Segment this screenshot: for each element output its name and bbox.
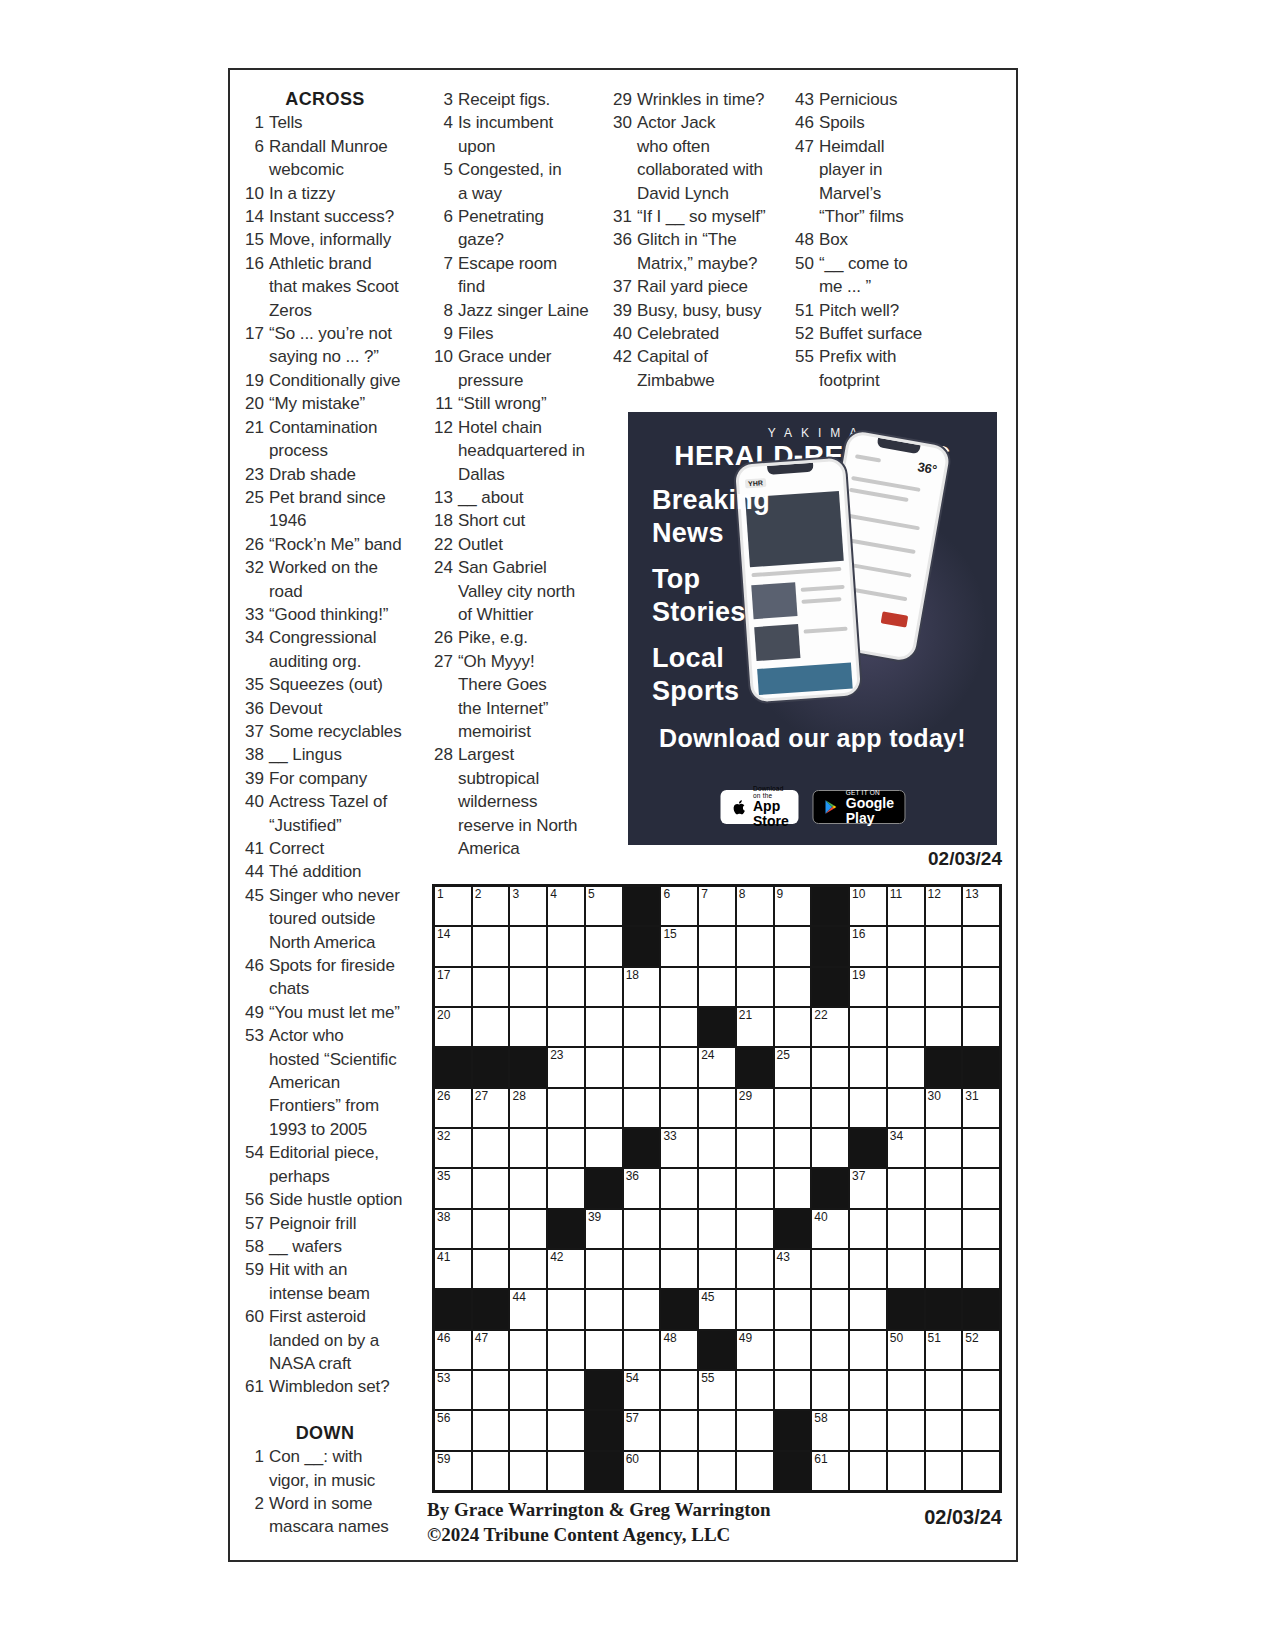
grid-cell[interactable] [548,1290,584,1328]
grid-cell[interactable] [699,1089,735,1127]
grid-cell[interactable] [775,927,811,965]
clue-number: 14 [239,205,269,228]
clue-number: 9 [428,322,458,345]
grid-cell[interactable] [548,927,584,965]
grid-cell[interactable] [473,1411,509,1449]
clue-column-down-3: 43Pernicious46Spoils47Heimdall player in… [789,88,965,392]
clue-number: 56 [239,1188,269,1211]
grid-cell[interactable] [926,1129,962,1167]
clue: 3Receipt figs. [428,88,602,111]
clue-number: 59 [239,1258,269,1305]
grid-cell[interactable] [548,1411,584,1449]
clue-text: Celebrated [637,322,719,345]
grid-cell[interactable]: 22 [812,1008,848,1046]
grid-cell[interactable]: 61 [812,1452,848,1490]
cell-number: 21 [739,1008,752,1022]
clue-number: 54 [239,1141,269,1188]
grid-cell[interactable] [699,1452,735,1490]
grid-cell[interactable] [510,1129,546,1167]
clue-text: __ about [458,486,523,509]
clue-number: 26 [428,626,458,649]
clue: 56Side hustle option [239,1188,411,1211]
grid-cell[interactable] [737,1169,773,1207]
clue-text: Squeezes (out) [269,673,383,696]
grid-cell[interactable] [963,1452,999,1490]
grid-cell[interactable] [888,1210,924,1248]
grid-cell[interactable] [624,1008,660,1046]
clue-number: 12 [428,416,458,486]
clue: 37Some recyclables [239,720,411,743]
grid-cell[interactable] [624,1210,660,1248]
clue-number: 21 [239,416,269,463]
grid-cell[interactable]: 3 [510,887,546,925]
grid-cell[interactable] [926,1169,962,1207]
cell-number: 42 [550,1250,563,1264]
grid-cell[interactable] [699,1169,735,1207]
grid-cell[interactable] [624,1331,660,1369]
grid-cell[interactable]: 40 [812,1210,848,1248]
clue: 36Devout [239,697,411,720]
grid-cell[interactable] [586,1129,622,1167]
grid-cell[interactable] [963,1210,999,1248]
grid-cell[interactable] [699,1411,735,1449]
grid-cell[interactable] [775,1008,811,1046]
grid-cell[interactable]: 13 [963,887,999,925]
grid-cell[interactable]: 42 [548,1250,584,1288]
grid-cell[interactable] [737,927,773,965]
grid-cell[interactable]: 57 [624,1411,660,1449]
grid-cell[interactable]: 16 [850,927,886,965]
clue: 61Wimbledon set? [239,1375,411,1398]
grid-cell[interactable] [510,1371,546,1409]
clue-text: Thé addition [269,860,361,883]
clue: 46Spoils [789,111,965,134]
grid-cell[interactable]: 41 [435,1250,471,1288]
screen-line [849,488,909,502]
clue-text: Prefix with footprint [819,345,896,392]
black-cell [473,1048,509,1086]
grid-cell[interactable]: 56 [435,1411,471,1449]
cell-number: 29 [739,1089,752,1103]
grid-cell[interactable]: 35 [435,1169,471,1207]
grid-cell[interactable] [888,927,924,965]
grid-cell[interactable] [548,968,584,1006]
grid-cell[interactable] [888,1250,924,1288]
grid-cell[interactable] [699,927,735,965]
grid-cell[interactable] [624,1290,660,1328]
grid-cell[interactable] [548,1452,584,1490]
grid-cell[interactable] [888,1452,924,1490]
grid-cell[interactable] [661,1210,697,1248]
grid-cell[interactable] [888,1371,924,1409]
grid-cell[interactable] [586,1089,622,1127]
grid-cell[interactable] [586,927,622,965]
clue-text: First asteroid landed on by a NASA craft [269,1305,379,1375]
grid-cell[interactable] [926,1411,962,1449]
grid-cell[interactable]: 29 [737,1089,773,1127]
grid-cell[interactable] [926,1452,962,1490]
grid-cell[interactable] [926,1371,962,1409]
grid-cell[interactable] [850,1089,886,1127]
clue-text: Pitch well? [819,299,899,322]
grid-cell[interactable]: 12 [926,887,962,925]
byline-block: By Grace Warrington & Greg Warrington ©2… [427,1497,771,1547]
clue: 2Word in some mascara names [239,1492,411,1539]
grid-cell[interactable]: 14 [435,927,471,965]
grid-cell[interactable] [850,1210,886,1248]
black-cell [812,887,848,925]
ad-feature-list: Breaking NewsTop StoriesLocal Sports [652,484,770,721]
black-cell [850,1129,886,1167]
clue-number: 44 [239,860,269,883]
cell-number: 38 [437,1210,450,1224]
grid-cell[interactable] [963,968,999,1006]
grid-cell[interactable]: 60 [624,1452,660,1490]
grid-cell[interactable]: 5 [586,887,622,925]
grid-cell[interactable] [473,1129,509,1167]
clue-number: 5 [428,158,458,205]
grid-cell[interactable]: 36 [624,1169,660,1207]
cell-number: 10 [852,887,865,901]
grid-cell[interactable] [963,1371,999,1409]
grid-cell[interactable]: 43 [775,1250,811,1288]
grid-cell[interactable] [624,1048,660,1086]
clue-number: 6 [428,205,458,252]
grid-cell[interactable] [775,1290,811,1328]
clue: 15Move, informally [239,228,411,251]
cell-number: 47 [475,1331,488,1345]
grid-cell[interactable] [548,1008,584,1046]
grid-cell[interactable]: 23 [548,1048,584,1086]
grid-cell[interactable] [963,927,999,965]
grid-cell[interactable] [850,1008,886,1046]
grid-cell[interactable] [473,1210,509,1248]
grid-cell[interactable] [775,1371,811,1409]
grid-cell[interactable] [850,1452,886,1490]
clue-number: 22 [428,533,458,556]
grid-cell[interactable]: 55 [699,1371,735,1409]
grid-cell[interactable]: 26 [435,1089,471,1127]
clue: 1Tells [239,111,411,134]
grid-cell[interactable]: 37 [850,1169,886,1207]
grid-cell[interactable] [586,1290,622,1328]
grid-cell[interactable] [586,1048,622,1086]
grid-cell[interactable]: 44 [510,1290,546,1328]
black-cell [586,1452,622,1490]
grid-cell[interactable] [548,1169,584,1207]
grid-cell[interactable]: 52 [963,1331,999,1369]
grid-cell[interactable]: 15 [661,927,697,965]
grid-cell[interactable]: 27 [473,1089,509,1127]
grid-cell[interactable] [661,1411,697,1449]
clue-number: 10 [239,182,269,205]
clue-number: 8 [428,299,458,322]
grid-cell[interactable] [888,1008,924,1046]
grid-cell[interactable]: 48 [661,1331,697,1369]
grid-cell[interactable]: 51 [926,1331,962,1369]
grid-cell[interactable]: 59 [435,1452,471,1490]
google-play-badge[interactable]: GET IT ON Google Play [813,790,905,824]
cell-number: 33 [663,1129,676,1143]
grid-cell[interactable] [888,1048,924,1086]
grid-cell[interactable] [812,1250,848,1288]
grid-cell[interactable] [737,1129,773,1167]
grid-cell[interactable]: 53 [435,1371,471,1409]
grid-cell[interactable]: 2 [473,887,509,925]
grid-cell[interactable] [775,1129,811,1167]
clue-number: 48 [789,228,819,251]
clue: 26Pike, e.g. [428,626,602,649]
grid-cell[interactable] [850,1250,886,1288]
grid-cell[interactable]: 17 [435,968,471,1006]
cell-number: 30 [928,1089,941,1103]
grid-cell[interactable] [699,1129,735,1167]
clue-text: “So ... you’re not saying no ... ?” [269,322,392,369]
grid-cell[interactable] [699,1250,735,1288]
grid-cell[interactable]: 34 [888,1129,924,1167]
ad-feature: Top Stories [652,563,770,629]
clue-number: 31 [607,205,637,228]
clue-number: 23 [239,463,269,486]
grid-cell[interactable]: 47 [473,1331,509,1369]
grid-cell[interactable] [473,1371,509,1409]
grid-cell[interactable]: 32 [435,1129,471,1167]
clue: 40Actress Tazel of “Justified” [239,790,411,837]
grid-cell[interactable] [473,1452,509,1490]
cell-number: 8 [739,887,746,901]
clue-column-down-1: 3Receipt figs.4Is incumbent upon5Congest… [428,88,602,860]
grid-cell[interactable] [624,1089,660,1127]
cell-number: 11 [890,887,902,901]
grid-cell[interactable] [510,1210,546,1248]
grid-cell[interactable] [473,1008,509,1046]
screen-button [881,611,909,627]
clue-text: Pike, e.g. [458,626,528,649]
grid-cell[interactable]: 4 [548,887,584,925]
grid-cell[interactable]: 24 [699,1048,735,1086]
grid-cell[interactable] [548,1371,584,1409]
grid-cell[interactable]: 45 [699,1290,735,1328]
grid-cell[interactable] [775,1331,811,1369]
grid-cell[interactable]: 38 [435,1210,471,1248]
grid-cell[interactable]: 50 [888,1331,924,1369]
grid-cell[interactable]: 39 [586,1210,622,1248]
clue-text: Penetrating gaze? [458,205,544,252]
grid-cell[interactable]: 18 [624,968,660,1006]
clue-number: 25 [239,486,269,533]
grid-cell[interactable]: 6 [661,887,697,925]
grid-cell[interactable] [661,1250,697,1288]
grid-cell[interactable] [473,968,509,1006]
clue-number: 18 [428,509,458,532]
badge-tagline: Download on the [753,785,789,799]
grid-cell[interactable] [775,1169,811,1207]
grid-cell[interactable] [510,1250,546,1288]
grid-cell[interactable] [737,1452,773,1490]
clue: 10Grace under pressure [428,345,602,392]
grid-cell[interactable]: 31 [963,1089,999,1127]
cell-number: 34 [890,1129,903,1143]
clue-text: “Still wrong” [458,392,546,415]
clue-number: 20 [239,392,269,415]
grid-cell[interactable] [926,1250,962,1288]
grid-cell[interactable] [661,1371,697,1409]
grid-cell[interactable] [812,1371,848,1409]
grid-cell[interactable] [699,1210,735,1248]
grid-cell[interactable] [510,1452,546,1490]
grid-cell[interactable]: 28 [510,1089,546,1127]
screen-line [840,537,916,554]
clue-text: “Good thinking!” [269,603,388,626]
grid-cell[interactable] [548,1331,584,1369]
app-store-badge[interactable]: Download on the App Store [720,790,799,824]
grid-cell[interactable] [850,1048,886,1086]
grid-cell[interactable] [473,1169,509,1207]
grid-cell[interactable]: 1 [435,887,471,925]
clue-text: Pet brand since 1946 [269,486,386,533]
grid-cell[interactable] [737,968,773,1006]
clue-number: 50 [789,252,819,299]
grid-cell[interactable] [548,1089,584,1127]
grid-cell[interactable] [510,1008,546,1046]
cell-number: 44 [512,1290,525,1304]
black-cell [775,1452,811,1490]
ad-feature: Breaking News [652,484,770,550]
cell-number: 48 [663,1331,676,1345]
clue-number: 17 [239,322,269,369]
clue-number: 10 [428,345,458,392]
grid-cell[interactable] [510,927,546,965]
grid-cell[interactable] [812,1290,848,1328]
clue-number: 34 [239,626,269,673]
grid-cell[interactable] [926,968,962,1006]
grid-cell[interactable] [737,1411,773,1449]
grid-cell[interactable] [926,1210,962,1248]
grid-cell[interactable]: 46 [435,1331,471,1369]
grid-cell[interactable] [473,1250,509,1288]
crossword-grid[interactable]: 1234567891011121314151617181920212223242… [432,884,1002,1493]
grid-cell[interactable] [888,1169,924,1207]
grid-cell[interactable]: 8 [737,887,773,925]
grid-cell[interactable] [510,968,546,1006]
grid-cell[interactable] [963,1250,999,1288]
grid-cell[interactable]: 20 [435,1008,471,1046]
grid-cell[interactable]: 25 [775,1048,811,1086]
clue: 1Con __: with vigor, in music [239,1445,411,1492]
grid-cell[interactable]: 30 [926,1089,962,1127]
clue-text: Grace under pressure [458,345,551,392]
grid-cell[interactable] [963,1008,999,1046]
clue-text: Peignoir frill [269,1212,356,1235]
grid-cell[interactable] [661,1089,697,1127]
grid-cell[interactable] [737,1250,773,1288]
grid-cell[interactable] [888,968,924,1006]
grid-cell[interactable] [775,1089,811,1127]
grid-cell[interactable] [661,1048,697,1086]
copyright: ©2024 Tribune Content Agency, LLC [427,1522,771,1547]
cell-number: 61 [814,1452,827,1466]
grid-cell[interactable] [775,968,811,1006]
grid-cell[interactable] [737,1371,773,1409]
grid-cell[interactable] [510,1331,546,1369]
cell-number: 31 [965,1089,978,1103]
clue-number: 33 [239,603,269,626]
grid-cell[interactable] [586,968,622,1006]
grid-cell[interactable]: 11 [888,887,924,925]
cell-number: 36 [626,1169,639,1183]
grid-cell[interactable] [963,1169,999,1207]
footer-date: 02/03/24 [802,1506,1002,1529]
grid-cell[interactable] [510,1411,546,1449]
grid-cell[interactable] [624,1250,660,1288]
grid-cell[interactable]: 58 [812,1411,848,1449]
grid-cell[interactable] [926,1008,962,1046]
grid-cell[interactable] [661,968,697,1006]
grid-cell[interactable] [850,1371,886,1409]
clue-text: Box [819,228,848,251]
grid-cell[interactable]: 10 [850,887,886,925]
clue-text: Worked on the road [269,556,378,603]
grid-cell[interactable] [926,927,962,965]
grid-cell[interactable] [812,1089,848,1127]
clue-text: Wimbledon set? [269,1375,390,1398]
grid-cell[interactable] [699,968,735,1006]
grid-cell[interactable] [548,1129,584,1167]
grid-cell[interactable] [888,1089,924,1127]
grid-cell[interactable]: 33 [661,1129,697,1167]
grid-cell[interactable] [473,927,509,965]
grid-cell[interactable] [963,1411,999,1449]
clue: 42Capital of Zimbabwe [607,345,781,392]
grid-cell[interactable] [850,1411,886,1449]
clue-number: 58 [239,1235,269,1258]
clue-text: Files [458,322,493,345]
black-cell [473,1290,509,1328]
clue: 6Penetrating gaze? [428,205,602,252]
clue-number: 27 [428,650,458,744]
grid-cell[interactable]: 49 [737,1331,773,1369]
grid-cell[interactable] [586,1250,622,1288]
grid-cell[interactable] [586,1008,622,1046]
clue: 8Jazz singer Laine [428,299,602,322]
grid-cell[interactable] [812,1331,848,1369]
grid-cell[interactable] [586,1331,622,1369]
news-photo [757,663,853,695]
grid-cell[interactable] [510,1169,546,1207]
grid-cell[interactable] [661,1452,697,1490]
grid-cell[interactable]: 21 [737,1008,773,1046]
grid-cell[interactable] [737,1210,773,1248]
grid-cell[interactable] [737,1290,773,1328]
grid-cell[interactable] [888,1411,924,1449]
clue-number: 37 [239,720,269,743]
grid-cell[interactable]: 7 [699,887,735,925]
grid-cell[interactable] [812,1048,848,1086]
grid-cell[interactable] [963,1129,999,1167]
black-cell [510,1048,546,1086]
clue: 47Heimdall player in Marvel’s “Thor” fil… [789,135,965,229]
grid-cell[interactable] [661,1169,697,1207]
grid-cell[interactable]: 54 [624,1371,660,1409]
grid-cell[interactable] [850,1331,886,1369]
grid-cell[interactable] [661,1008,697,1046]
grid-cell[interactable]: 9 [775,887,811,925]
clue: 20“My mistake” [239,392,411,415]
grid-cell[interactable]: 19 [850,968,886,1006]
clue-text: Rail yard piece [637,275,748,298]
grid-cell[interactable] [850,1290,886,1328]
grid-cell[interactable] [812,1129,848,1167]
